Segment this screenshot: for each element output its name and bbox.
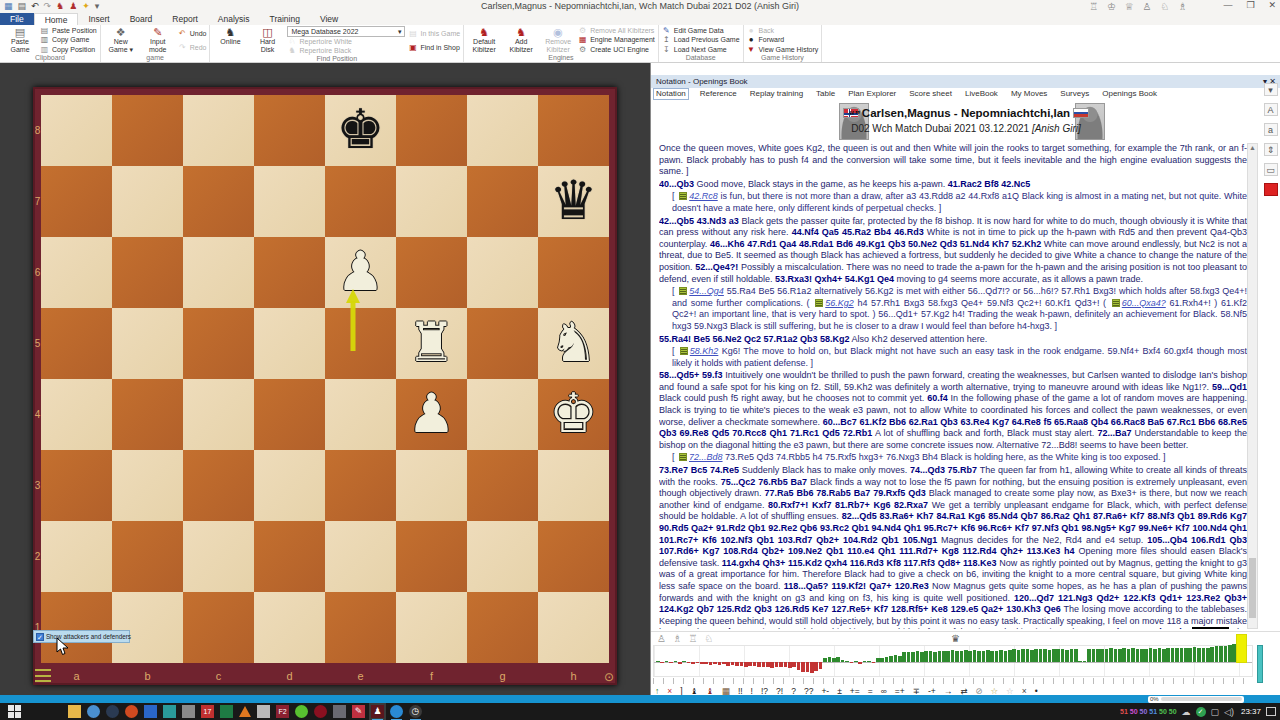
symbol-??[interactable]: ?? — [804, 686, 813, 696]
eval-bar — [1118, 649, 1122, 662]
square-e8[interactable]: ♚ — [325, 95, 396, 166]
board-window-icon[interactable]: ▭ — [1264, 163, 1278, 176]
notification-center-icon[interactable] — [1266, 707, 1276, 716]
eval-bar — [1034, 649, 1038, 662]
square-h3[interactable] — [538, 450, 609, 521]
board-icon[interactable]: ▦ — [4, 1, 13, 12]
rank-label-4: 4 — [34, 409, 41, 420]
white-pawn[interactable]: ♟ — [396, 379, 467, 450]
symbol-☆[interactable]: ☆ — [990, 686, 998, 696]
square-g8[interactable] — [467, 95, 538, 166]
square-g2[interactable] — [467, 521, 538, 592]
symbol-▦[interactable]: ▦ — [722, 686, 730, 696]
eval-bar — [1043, 649, 1047, 662]
comment-text: h4 57.Rh1 Bxg3 58.fxg3 Qe4+ 59.Nf3 Qc2+!… — [854, 298, 1110, 308]
ribbon-button-remove-all-kibitzers[interactable]: ⚙Remove All Kibitzers — [578, 26, 655, 35]
symbol-♝[interactable]: ♝ — [691, 686, 699, 696]
game-info-line: D02 Wch Match Dubai 2021 03.12.2021 [Ani… — [741, 123, 1191, 134]
square-a2[interactable] — [41, 521, 112, 592]
comment-text: 73.Re5 Qd3 74.Rbb5 h4 75.Rxf5 hxg3+ 76.N… — [723, 452, 1166, 462]
symbol-!?[interactable]: !? — [761, 686, 768, 696]
dropdown-icon[interactable]: ▾ — [95, 1, 100, 12]
square-d1[interactable] — [254, 592, 325, 663]
eval-bar — [1149, 648, 1153, 662]
trainer-icon[interactable]: ♟ — [69, 1, 77, 12]
square-g6[interactable] — [467, 237, 538, 308]
move-text[interactable]: 114.gxh4 Qh3+ 115.Kd2 Qxh4 116.Rd3 Kf8 1… — [722, 558, 997, 568]
move-text[interactable]: 41.Rac2 Bf8 42.Nc5 — [948, 179, 1031, 189]
eval-bar — [753, 662, 757, 666]
symbol-+=[interactable]: += — [850, 686, 860, 696]
symbol-⇄[interactable]: ⇄ — [960, 686, 967, 696]
eval-bar — [660, 662, 664, 663]
close-button[interactable]: ✕ — [1268, 0, 1276, 10]
antivirus-shield-icon[interactable]: ✓ — [1196, 707, 1206, 717]
taskbar-app-icon-9[interactable] — [239, 706, 251, 717]
square-f1[interactable] — [396, 592, 467, 663]
eval-bar — [674, 661, 678, 662]
taskbar-app-icon-15[interactable]: ✎ — [352, 705, 365, 718]
eval-bar — [762, 662, 766, 667]
mainline-paragraph: 58...Qd5+ 59.f3 Intuitively one wouldn't… — [659, 370, 1247, 451]
notation-scrollbar[interactable]: ▲ — [1247, 143, 1258, 629]
taskbar-app-icon-18[interactable]: ◷ — [409, 705, 422, 718]
notation-tab-replay-training[interactable]: Replay training — [748, 89, 805, 99]
square-d6[interactable] — [254, 237, 325, 308]
eval-bar — [740, 662, 744, 666]
symbol-∞[interactable]: ∞ — [881, 686, 887, 696]
notation-tab-reference[interactable]: Reference — [698, 89, 739, 99]
square-h5[interactable]: ♞ — [538, 308, 609, 379]
move-text[interactable]: 44.Nf4 Qa5 45.Ra2 Bb4 46.Rd3 — [792, 227, 924, 237]
move-text[interactable]: 131.Kh4 — [704, 627, 739, 629]
square-c5[interactable] — [183, 308, 254, 379]
ribbon-button-repertoire-white[interactable]: ♘Repertoire White — [287, 37, 405, 46]
chess-board[interactable]: ♚♛♟♜♞♟♚ — [41, 95, 609, 663]
ribbon-button-create-uci-engine[interactable]: ⚙Create UCI Engine — [578, 45, 655, 54]
symbol-][interactable]: ] — [680, 686, 682, 696]
show-attackers-tooltip[interactable]: ✓ Show attackers and defenders — [33, 630, 130, 643]
eval-bar — [990, 651, 994, 662]
symbol-+-[interactable]: +- — [821, 686, 829, 696]
eval-bar — [982, 651, 986, 662]
notation-tabs: NotationReferenceReplay trainingTablePla… — [653, 88, 1263, 100]
title-bar: ▦▤↶↷♞♟✦▾ Carlsen,Magnus - Nepomniachtchi… — [0, 0, 1280, 13]
symbol-×[interactable]: × — [667, 686, 672, 696]
square-a7[interactable] — [41, 166, 112, 237]
ribbon-button-in-this-game[interactable]: ▤In this Game — [408, 29, 460, 38]
ribbon-button-new[interactable]: ❖New Game ▾ — [104, 26, 138, 54]
square-h8[interactable] — [538, 95, 609, 166]
eval-bar — [1114, 649, 1118, 662]
move-text[interactable]: 46...Kh6 47.Rd1 Qa4 48.Rda1 Bd6 49.Kg1 Q… — [710, 239, 1041, 249]
find-in-shop-icon: ▣ — [408, 43, 417, 52]
move-text[interactable]: 74...Qd3 75.Rb7 — [910, 465, 977, 475]
maximize-button[interactable]: ❒ — [1246, 0, 1254, 10]
square-e4[interactable] — [325, 379, 396, 450]
ribbon-button-input[interactable]: ✎Input mode — [141, 26, 175, 54]
ribbon-button-find-in-shop[interactable]: ▣Find in Shop — [408, 43, 460, 52]
taskbar-app-icon-7[interactable]: 17 — [201, 705, 214, 718]
ribbon-button-load-previous-game[interactable]: ↥Load Previous Game — [662, 35, 740, 44]
tab-analysis[interactable]: Analysis — [208, 13, 260, 25]
taskbar-app-icon-8[interactable] — [220, 705, 233, 718]
symbol-☆[interactable]: ☆ — [1006, 686, 1014, 696]
scrollbar-thumb[interactable] — [1249, 558, 1256, 618]
square-e2[interactable] — [325, 521, 396, 592]
eval-bar — [1105, 649, 1109, 662]
square-a3[interactable] — [41, 450, 112, 521]
ribbon-button-online[interactable]: ♞Online — [213, 26, 247, 55]
checkbox-checked-icon[interactable]: ✓ — [36, 633, 44, 641]
eval-bar — [788, 662, 792, 668]
eval-bar — [841, 660, 845, 662]
notation-text[interactable]: Once the queen moves, White goes Kg2, th… — [659, 143, 1247, 629]
button-label: View Game History — [759, 46, 819, 53]
taskbar-app-icon-14[interactable] — [333, 705, 346, 718]
square-h2[interactable] — [538, 521, 609, 592]
taskbar-app-icon-1[interactable] — [87, 705, 100, 718]
ribbon-button-edit-game-data[interactable]: ✎Edit Game Data — [662, 26, 740, 35]
onedrive-cloud-icon[interactable]: ☁ — [1182, 707, 1191, 717]
input-icon: ✎ — [153, 26, 162, 38]
tab-view[interactable]: View — [310, 13, 348, 25]
eval-bar — [973, 650, 977, 662]
move-text[interactable]: 77.Ra5 Bb6 78.Rab5 Ba7 79.Rxf5 Qd3 — [764, 488, 925, 498]
ribbon-button-add[interactable]: ♞Add Kibitzer — [504, 26, 538, 54]
move-text[interactable]: 40...Qb3 — [659, 179, 694, 189]
symbol-→[interactable]: → — [944, 686, 953, 696]
square-b7[interactable] — [112, 166, 183, 237]
eval-bar — [889, 656, 893, 662]
square-g4[interactable] — [467, 379, 538, 450]
variation-link[interactable]: 56.Kg2 — [825, 298, 854, 308]
hard-icon: ◫ — [262, 26, 272, 38]
taskbar-app-icon-0[interactable] — [68, 705, 81, 718]
progress-track — [1161, 697, 1242, 701]
ribbon-button-engine-management[interactable]: ▦Engine Management — [578, 35, 655, 44]
square-f2[interactable] — [396, 521, 467, 592]
variation-link[interactable]: 58.Kh2 — [690, 346, 719, 356]
square-e6[interactable]: ♟ — [325, 237, 396, 308]
notation-tab-plan-explorer[interactable]: Plan Explorer — [846, 89, 898, 99]
white-king[interactable]: ♚ — [538, 379, 609, 450]
square-f6[interactable] — [396, 237, 467, 308]
temp-reading: 50 — [1159, 708, 1169, 715]
square-c3[interactable] — [183, 450, 254, 521]
file-label-c: c — [183, 670, 254, 682]
taskbar-app-icon-11[interactable]: F2 — [276, 705, 289, 718]
bulb-icon[interactable]: ✦ — [82, 1, 90, 12]
eval-bar — [678, 662, 682, 664]
square-a4[interactable] — [41, 379, 112, 450]
square-d2[interactable] — [254, 521, 325, 592]
button-label: Load Next Game — [674, 46, 727, 53]
start-button-icon[interactable] — [8, 705, 22, 719]
square-b5[interactable] — [112, 308, 183, 379]
square-g7[interactable] — [467, 166, 538, 237]
record-icon[interactable]: ■ — [1264, 183, 1278, 196]
button-label: Repertoire White — [299, 38, 352, 45]
notation-tab-surveys[interactable]: Surveys — [1058, 89, 1091, 99]
eval-bar — [1184, 648, 1188, 662]
symbol-=+[interactable]: =+ — [895, 686, 905, 696]
taskbar-app-icon-5[interactable] — [163, 705, 176, 718]
square-d7[interactable] — [254, 166, 325, 237]
symbol-↑[interactable]: ↑ — [655, 686, 659, 696]
white-pawn[interactable]: ♟ — [325, 237, 396, 308]
square-e5[interactable] — [325, 308, 396, 379]
square-e3[interactable] — [325, 450, 396, 521]
eval-bar — [894, 655, 898, 662]
square-c1[interactable] — [183, 592, 254, 663]
engine-icon[interactable]: ♞ — [56, 1, 64, 12]
notation-tab-table[interactable]: Table — [814, 89, 837, 99]
button-label: In this Game — [420, 30, 460, 37]
move-text[interactable]: 118...Qa5? 119.Kf2! Qa7+ 120.Re3 — [784, 581, 929, 591]
square-b1[interactable] — [112, 592, 183, 663]
move-text[interactable]: 73.Re7 Bc5 74.Re5 — [659, 465, 739, 475]
eval-bar — [1127, 649, 1131, 662]
symbol-±[interactable]: ± — [837, 686, 842, 696]
scroll-icon[interactable]: ⇕ — [1264, 143, 1278, 156]
eval-bar — [850, 662, 854, 663]
comment-text: moving to g4 seems more accurate, as it … — [894, 274, 1143, 284]
tab-training[interactable]: Training — [260, 13, 310, 25]
button-label: Load Previous Game — [674, 36, 740, 43]
move-text[interactable]: 58...Qd5+ 59.f3 — [659, 370, 722, 380]
ribbon-button-paste[interactable]: ▤Paste Game — [3, 26, 37, 54]
eval-bar — [810, 662, 814, 673]
square-c7[interactable] — [183, 166, 254, 237]
taskbar-app-icon-3[interactable] — [125, 705, 138, 718]
move-text[interactable]: 60.f4 — [927, 393, 948, 403]
square-f3[interactable] — [396, 450, 467, 521]
taskbar-app-icon-10[interactable] — [257, 705, 270, 718]
move-text[interactable]: 42...Qb5 43.Nd3 a3 — [659, 216, 739, 226]
eval-bar — [779, 662, 783, 667]
square-g1[interactable] — [467, 592, 538, 663]
variation-link[interactable]: 60...Qxa4? — [1122, 298, 1166, 308]
eval-bar — [1100, 649, 1104, 662]
taskbar-app-icon-6[interactable] — [182, 705, 195, 718]
symbol-![interactable]: ! — [751, 686, 753, 696]
square-a8[interactable] — [41, 95, 112, 166]
square-e1[interactable] — [325, 592, 396, 663]
eval-bar — [1166, 648, 1170, 662]
eval-bar — [731, 662, 735, 665]
panel-menu-icon[interactable]: ▾ — [1264, 83, 1278, 96]
white-knight[interactable]: ♞ — [538, 308, 609, 379]
ribbon-button-view-game-history[interactable]: ▼View Game History — [747, 45, 819, 54]
symbol-⊘[interactable]: ⊘ — [975, 686, 982, 696]
eval-bar — [726, 662, 730, 666]
redo-icon[interactable]: ↷ — [44, 1, 52, 12]
ribbon-button-copy-position[interactable]: ▥Copy Position — [40, 45, 97, 54]
button-label: Remove Kibitzer — [545, 38, 571, 53]
square-a6[interactable] — [41, 237, 112, 308]
ribbon-button-paste-position[interactable]: ▤Paste Position — [40, 26, 97, 35]
current-move-bar — [1237, 635, 1246, 662]
button-label: Input mode — [149, 38, 167, 53]
panel-side-toolbar: ▾Aa⇕▭■ — [1262, 83, 1279, 196]
move-text[interactable]: 75...Qc2 76.Rb5 Ba7 — [721, 477, 807, 487]
eval-bar — [709, 662, 713, 665]
eval-bar — [995, 651, 999, 662]
eval-bar — [1048, 650, 1052, 662]
tab-report[interactable]: Report — [162, 13, 208, 25]
eval-bar — [766, 662, 770, 667]
queen-icon: ♛ — [951, 633, 960, 644]
square-c6[interactable] — [183, 237, 254, 308]
symbol-×[interactable]: × — [1022, 686, 1027, 696]
square-b3[interactable] — [112, 450, 183, 521]
square-f5[interactable]: ♜ — [396, 308, 467, 379]
graph-scroll-handle[interactable] — [1257, 645, 1263, 683]
font-small-icon[interactable]: a — [1264, 123, 1278, 136]
comment-text: Good move, Black stays in the game, as h… — [694, 179, 948, 189]
eval-bar — [946, 651, 950, 662]
temp-reading: 51 — [1120, 708, 1130, 715]
eval-bar — [1008, 650, 1012, 662]
notation-tab-my-moves[interactable]: My Moves — [1009, 89, 1049, 99]
move-text[interactable]: 52...Qe4?! — [695, 262, 738, 272]
comment-text: Kg6! The move to hold on, but Black migh… — [672, 346, 1247, 368]
white-rook[interactable]: ♜ — [396, 308, 467, 379]
combo-value: Mega Database 2022 — [291, 28, 358, 35]
notation-tab-openings-book[interactable]: Openings Book — [1100, 89, 1159, 99]
eval-bar — [968, 651, 972, 662]
square-a1[interactable] — [41, 592, 112, 663]
square-c4[interactable] — [183, 379, 254, 450]
square-c8[interactable] — [183, 95, 254, 166]
move-text[interactable]: 80.Rxf7+! Kxf7 81.Rb7+ Kg6 82.Rxa7 — [768, 500, 928, 510]
taskbar-app-icon-17[interactable] — [390, 705, 403, 718]
minimize-button[interactable]: — — [1223, 0, 1232, 10]
square-b6[interactable] — [112, 237, 183, 308]
symbol-!![interactable]: !! — [738, 686, 743, 696]
move-text[interactable]: 55.Ra4! Be5 56.Ne2 Qc2 57.R1a2 Qb3 58.Kg… — [659, 334, 850, 344]
square-h6[interactable] — [538, 237, 609, 308]
square-f4[interactable]: ♟ — [396, 379, 467, 450]
ribbon-tab-row: FileHomeInsertBoardReportAnalysisTrainin… — [0, 13, 1280, 25]
square-d4[interactable] — [254, 379, 325, 450]
evaluation-graph[interactable] — [653, 645, 1253, 677]
notation-tab-score-sheet[interactable]: Score sheet — [907, 89, 954, 99]
undo-icon: ↶ — [178, 29, 187, 38]
ribbon-button-undo[interactable]: ↶Undo — [178, 29, 207, 38]
taskbar-app-icon-4[interactable] — [144, 705, 157, 718]
current-move-highlight[interactable]: 133.e6! — [1192, 627, 1229, 629]
square-d8[interactable] — [254, 95, 325, 166]
eval-bar — [722, 662, 726, 664]
network-icon[interactable]: ▢ — [1211, 707, 1220, 717]
symbol-?[interactable]: ? — [791, 686, 796, 696]
square-b4[interactable] — [112, 379, 183, 450]
square-h4[interactable]: ♚ — [538, 379, 609, 450]
mainline-paragraph: 55.Ra4! Be5 56.Ne2 Qc2 57.R1a2 Qb3 58.Kg… — [659, 334, 1247, 346]
save-icon[interactable]: ▤ — [18, 1, 27, 12]
square-e7[interactable] — [325, 166, 396, 237]
square-f7[interactable] — [396, 166, 467, 237]
tab-board[interactable]: Board — [120, 13, 163, 25]
eval-bar — [876, 658, 880, 662]
ribbon-button-load-next-game[interactable]: ↧Load Next Game — [662, 45, 740, 54]
move-text[interactable]: 131...Qh6+ 132.Nh5 Qh7 — [1087, 627, 1192, 629]
undo-icon[interactable]: ↶ — [31, 1, 39, 12]
symbol--+[interactable]: -+ — [928, 686, 936, 696]
ribbon-button-forward[interactable]: ●Forward — [747, 35, 819, 44]
ribbon-button-copy-game[interactable]: ▥Copy Game — [40, 35, 97, 44]
ribbon-button-remove[interactable]: ◉Remove Kibitzer — [541, 26, 575, 54]
square-h1[interactable] — [538, 592, 609, 663]
symbol-∓[interactable]: ∓ — [913, 686, 920, 696]
quick-access-toolbar: ▦▤↶↷♞♟✦▾ — [4, 1, 99, 12]
eval-bar — [784, 662, 788, 667]
move-text[interactable]: 53.Rxa3! Qxh4+ 54.Kg1 Qe4 — [775, 274, 894, 284]
symbol-♝[interactable]: ♝ — [706, 686, 714, 696]
square-f8[interactable] — [396, 95, 467, 166]
eval-bar — [1021, 649, 1025, 662]
panel-title-bar: Notation - Openings Book ▾ ✕ — [651, 75, 1280, 88]
notation-tab-notation[interactable]: Notation — [653, 88, 689, 100]
square-b2[interactable] — [112, 521, 183, 592]
variation-link[interactable]: 42.Rc8 — [689, 191, 718, 201]
group-label: game — [104, 54, 207, 62]
square-g5[interactable] — [467, 308, 538, 379]
eval-bar — [1074, 649, 1078, 662]
ribbon-button-back[interactable]: ●Back — [747, 26, 819, 35]
square-b8[interactable] — [112, 95, 183, 166]
black-queen[interactable]: ♛ — [538, 166, 609, 237]
taskbar-app-icon-16[interactable]: ♟ — [371, 705, 384, 718]
square-c2[interactable] — [183, 521, 254, 592]
eval-bar — [1162, 649, 1166, 662]
variation-link[interactable]: 54...Qg4 — [689, 286, 724, 296]
taskbar-apps: 17F2✎♟◷ — [68, 705, 422, 718]
symbol-?![interactable]: ?! — [776, 686, 783, 696]
move-text[interactable]: 72...Ba7 — [1097, 428, 1131, 438]
tab-home[interactable]: Home — [34, 13, 79, 25]
symbol-=[interactable]: = — [868, 686, 873, 696]
square-d5[interactable] — [254, 308, 325, 379]
database-combo[interactable]: Mega Database 2022▾ — [287, 26, 405, 37]
speaker-icon[interactable]: ◁) — [1224, 707, 1234, 717]
taskbar-app-icon-2[interactable] — [106, 705, 119, 718]
tab-insert[interactable]: Insert — [78, 13, 119, 25]
taskbar-clock[interactable]: 23:37 — [1241, 707, 1261, 716]
taskbar-app-icon-13[interactable] — [314, 705, 327, 718]
black-king[interactable]: ♚ — [325, 95, 396, 166]
notation-tab-livebook[interactable]: LiveBook — [963, 89, 1000, 99]
ribbon-button-default[interactable]: ♞Default Kibitzer — [467, 26, 501, 54]
taskbar-app-icon-12[interactable] — [295, 705, 308, 718]
eval-bar — [924, 651, 928, 662]
ribbon-button-repertoire-black[interactable]: ♞Repertoire Black — [287, 46, 405, 55]
variation-link[interactable]: 72...Bd8 — [689, 452, 723, 462]
square-d3[interactable] — [254, 450, 325, 521]
square-h7[interactable]: ♛ — [538, 166, 609, 237]
ribbon-button-hard[interactable]: ◫Hard Disk — [250, 26, 284, 55]
comment-text: Also Kh2 deserved attention here. — [850, 334, 988, 344]
symbol-•[interactable]: • — [1035, 686, 1038, 696]
ribbon-button-redo[interactable]: ↷Redo — [178, 43, 207, 52]
tab-file[interactable]: File — [0, 13, 34, 25]
square-a5[interactable] — [41, 308, 112, 379]
move-text[interactable]: 59...Qd1 — [1212, 382, 1247, 392]
square-g3[interactable] — [467, 450, 538, 521]
font-large-icon[interactable]: A — [1264, 103, 1278, 116]
